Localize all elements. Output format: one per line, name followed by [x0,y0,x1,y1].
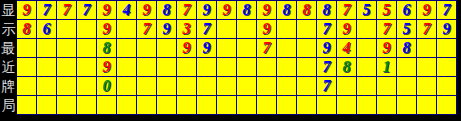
cell-r3c6 [117,39,137,58]
cell-r6c4 [77,96,97,115]
label-char-5: 牌 [0,76,17,95]
cell-r4c11 [217,58,237,77]
cell-r3c2 [37,39,57,58]
cell-r5c22 [437,77,457,96]
cell-r3c10: 9 [197,39,217,58]
cell-r5c17 [337,77,357,96]
cell-r3c16: 9 [317,39,337,58]
cell-r1c8: 8 [157,1,177,20]
cell-r6c21 [417,96,437,115]
cell-r6c11 [217,96,237,115]
cell-r3c20: 8 [397,39,417,58]
cell-r6c14 [277,96,297,115]
cell-r1c11: 9 [217,1,237,20]
cell-r5c2 [37,77,57,96]
cell-r4c8 [157,58,177,77]
cell-r4c4 [77,58,97,77]
cell-r2c5: 9 [97,20,117,39]
cell-r6c1 [17,96,37,115]
cell-r1c7: 9 [137,1,157,20]
cell-r5c16: 7 [317,77,337,96]
cell-r1c10: 9 [197,1,217,20]
cell-r2c16: 7 [317,20,337,39]
board-title-vertical: 显 示 最 近 牌 局 [0,0,17,115]
cell-r3c3 [57,39,77,58]
cell-r6c19 [377,96,397,115]
cell-r4c16: 7 [317,58,337,77]
cell-r3c9: 9 [177,39,197,58]
cell-r5c9 [177,77,197,96]
label-char-6: 局 [0,95,17,114]
cell-r2c17: 9 [337,20,357,39]
cell-r4c6 [117,58,137,77]
cell-r6c18 [357,96,377,115]
cell-r3c14 [277,39,297,58]
cell-r3c18 [357,39,377,58]
cell-r3c5: 8 [97,39,117,58]
cell-r6c5 [97,96,117,115]
cell-r1c5: 9 [97,1,117,20]
cell-r3c22 [437,39,457,58]
cell-r3c17: 4 [337,39,357,58]
cell-r4c15 [297,58,317,77]
cell-r5c18 [357,77,377,96]
cell-r6c16 [317,96,337,115]
cell-r3c11 [217,39,237,58]
cell-r6c8 [157,96,177,115]
cell-r3c1 [17,39,37,58]
cell-r2c22: 9 [437,20,457,39]
cell-r6c20 [397,96,417,115]
cell-r6c17 [337,96,357,115]
cell-r6c3 [57,96,77,115]
cell-r4c14 [277,58,297,77]
cell-r1c1: 9 [17,1,37,20]
cell-r2c14 [277,20,297,39]
cell-r2c12 [237,20,257,39]
cell-r2c3 [57,20,77,39]
cell-r2c7: 7 [137,20,157,39]
cell-r2c18 [357,20,377,39]
label-char-1: 显 [0,0,17,19]
cell-r5c14 [277,77,297,96]
cell-r1c19: 5 [377,1,397,20]
cell-r4c13 [257,58,277,77]
cell-r5c8 [157,77,177,96]
cell-r4c20 [397,58,417,77]
cell-r4c5: 9 [97,58,117,77]
cell-r1c13: 9 [257,1,277,20]
cell-r4c3 [57,58,77,77]
cell-r2c20: 5 [397,20,417,39]
cell-r4c12 [237,58,257,77]
cell-r1c4: 7 [77,1,97,20]
cell-r4c17: 8 [337,58,357,77]
cell-r6c15 [297,96,317,115]
cell-r1c3: 7 [57,1,77,20]
cell-r1c22: 7 [437,1,457,20]
label-char-4: 近 [0,57,17,76]
cell-r1c9: 7 [177,1,197,20]
cell-r5c1 [17,77,37,96]
cell-r5c20 [397,77,417,96]
label-char-3: 最 [0,38,17,57]
cell-r5c12 [237,77,257,96]
cell-r2c6 [117,20,137,39]
cell-r2c15 [297,20,317,39]
cell-r4c2 [37,58,57,77]
cell-r1c16: 8 [317,1,337,20]
cell-r3c12 [237,39,257,58]
cell-r5c5: 0 [97,77,117,96]
cell-r1c21: 9 [417,1,437,20]
cell-r5c10 [197,77,217,96]
cell-r1c20: 6 [397,1,417,20]
cell-r1c12: 8 [237,1,257,20]
cell-r1c17: 7 [337,1,357,20]
cell-r3c4 [77,39,97,58]
cell-r3c19: 9 [377,39,397,58]
cell-r4c7 [137,58,157,77]
cell-r6c12 [237,96,257,115]
cell-r6c22 [437,96,457,115]
cell-r6c7 [137,96,157,115]
cell-r1c15: 8 [297,1,317,20]
cell-r1c18: 5 [357,1,377,20]
cell-r2c1: 8 [17,20,37,39]
cell-r2c8: 9 [157,20,177,39]
cell-r2c9: 3 [177,20,197,39]
results-grid: 9777949879989888755697869793797975798997… [17,0,457,115]
trend-board: 显 示 最 近 牌 局 9777949879989888755697869793… [0,0,461,121]
cell-r5c19 [377,77,397,96]
cell-r1c6: 4 [117,1,137,20]
cell-r1c2: 7 [37,1,57,20]
cell-r4c18 [357,58,377,77]
cell-r3c13: 7 [257,39,277,58]
cell-r3c15 [297,39,317,58]
cell-r6c2 [37,96,57,115]
cell-r5c15 [297,77,317,96]
cell-r2c2: 6 [37,20,57,39]
cell-r5c4 [77,77,97,96]
label-char-2: 示 [0,19,17,38]
cell-r4c1 [17,58,37,77]
cell-r3c8 [157,39,177,58]
cell-r5c11 [217,77,237,96]
cell-r5c6 [117,77,137,96]
cell-r2c21: 7 [417,20,437,39]
cell-r4c19: 1 [377,58,397,77]
cell-r5c7 [137,77,157,96]
cell-r6c9 [177,96,197,115]
cell-r5c3 [57,77,77,96]
cell-r3c21 [417,39,437,58]
cell-r4c10 [197,58,217,77]
cell-r3c7 [137,39,157,58]
cell-r4c9 [177,58,197,77]
cell-r2c11 [217,20,237,39]
cell-r6c10 [197,96,217,115]
cell-r6c13 [257,96,277,115]
cell-r2c19: 7 [377,20,397,39]
cell-r5c13 [257,77,277,96]
cell-r1c14: 8 [277,1,297,20]
cell-r2c4 [77,20,97,39]
cell-r4c22 [437,58,457,77]
cell-r2c13: 9 [257,20,277,39]
cell-r4c21 [417,58,437,77]
cell-r2c10: 7 [197,20,217,39]
cell-r6c6 [117,96,137,115]
cell-r5c21 [417,77,437,96]
